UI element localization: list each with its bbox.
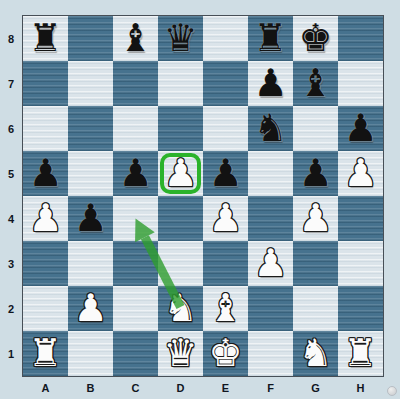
square-e1[interactable]: ♚ xyxy=(203,331,248,376)
square-c3[interactable] xyxy=(113,241,158,286)
square-a5[interactable]: ♟ xyxy=(23,151,68,196)
square-b2[interactable]: ♟ xyxy=(68,286,113,331)
square-e2[interactable]: ♝ xyxy=(203,286,248,331)
square-g5[interactable]: ♟ xyxy=(293,151,338,196)
square-g6[interactable] xyxy=(293,106,338,151)
square-d3[interactable] xyxy=(158,241,203,286)
black-pawn[interactable]: ♟ xyxy=(298,154,332,192)
square-g4[interactable]: ♟ xyxy=(293,196,338,241)
white-queen[interactable]: ♛ xyxy=(163,334,197,372)
black-pawn[interactable]: ♟ xyxy=(118,154,152,192)
chess-board: ♜♝♛♜♚♟♝♞♟♟♟♟♟♟♟♟♟♟♟♟♟♞♝♜♛♚♞♜ xyxy=(23,16,383,376)
square-d4[interactable] xyxy=(158,196,203,241)
file-label-h: H xyxy=(338,378,383,398)
white-pawn[interactable]: ♟ xyxy=(28,199,62,237)
square-a2[interactable] xyxy=(23,286,68,331)
file-label-g: G xyxy=(293,378,338,398)
square-a8[interactable]: ♜ xyxy=(23,16,68,61)
square-f6[interactable]: ♞ xyxy=(248,106,293,151)
square-f3[interactable]: ♟ xyxy=(248,241,293,286)
white-king[interactable]: ♚ xyxy=(208,334,242,372)
square-h1[interactable]: ♜ xyxy=(338,331,383,376)
white-pawn[interactable]: ♟ xyxy=(208,199,242,237)
file-label-c: C xyxy=(113,378,158,398)
white-pawn[interactable]: ♟ xyxy=(343,154,377,192)
square-a6[interactable] xyxy=(23,106,68,151)
file-labels: ABCDEFGH xyxy=(23,378,383,398)
white-rook[interactable]: ♜ xyxy=(28,334,62,372)
square-d7[interactable] xyxy=(158,61,203,106)
black-knight[interactable]: ♞ xyxy=(253,109,287,147)
black-pawn[interactable]: ♟ xyxy=(73,199,107,237)
square-b1[interactable] xyxy=(68,331,113,376)
square-g2[interactable] xyxy=(293,286,338,331)
black-pawn[interactable]: ♟ xyxy=(253,64,287,102)
file-label-b: B xyxy=(68,378,113,398)
square-c6[interactable] xyxy=(113,106,158,151)
square-e3[interactable] xyxy=(203,241,248,286)
square-f4[interactable] xyxy=(248,196,293,241)
square-e5[interactable]: ♟ xyxy=(203,151,248,196)
rank-label-3: 3 xyxy=(0,241,22,286)
black-pawn[interactable]: ♟ xyxy=(208,154,242,192)
black-queen[interactable]: ♛ xyxy=(163,19,197,57)
square-b7[interactable] xyxy=(68,61,113,106)
square-e4[interactable]: ♟ xyxy=(203,196,248,241)
square-g8[interactable]: ♚ xyxy=(293,16,338,61)
rank-label-2: 2 xyxy=(0,286,22,331)
board-frame: ♜♝♛♜♚♟♝♞♟♟♟♟♟♟♟♟♟♟♟♟♟♞♝♜♛♚♞♜ xyxy=(22,15,384,377)
file-label-d: D xyxy=(158,378,203,398)
square-b3[interactable] xyxy=(68,241,113,286)
rank-label-5: 5 xyxy=(0,151,22,196)
white-knight[interactable]: ♞ xyxy=(163,289,197,327)
rank-label-4: 4 xyxy=(0,196,22,241)
square-a7[interactable] xyxy=(23,61,68,106)
square-c8[interactable]: ♝ xyxy=(113,16,158,61)
square-h4[interactable] xyxy=(338,196,383,241)
square-h5[interactable]: ♟ xyxy=(338,151,383,196)
square-c4[interactable] xyxy=(113,196,158,241)
square-f8[interactable]: ♜ xyxy=(248,16,293,61)
black-king[interactable]: ♚ xyxy=(298,19,332,57)
square-b6[interactable] xyxy=(68,106,113,151)
white-pawn[interactable]: ♟ xyxy=(73,289,107,327)
square-e7[interactable] xyxy=(203,61,248,106)
square-a1[interactable]: ♜ xyxy=(23,331,68,376)
rank-labels: 87654321 xyxy=(0,16,22,376)
square-f2[interactable] xyxy=(248,286,293,331)
file-label-e: E xyxy=(203,378,248,398)
square-h3[interactable] xyxy=(338,241,383,286)
square-a3[interactable] xyxy=(23,241,68,286)
square-f7[interactable]: ♟ xyxy=(248,61,293,106)
file-label-a: A xyxy=(23,378,68,398)
white-rook[interactable]: ♜ xyxy=(343,334,377,372)
white-pawn[interactable]: ♟ xyxy=(163,154,197,192)
square-b8[interactable] xyxy=(68,16,113,61)
rank-label-6: 6 xyxy=(0,106,22,151)
square-d8[interactable]: ♛ xyxy=(158,16,203,61)
black-bishop[interactable]: ♝ xyxy=(298,64,332,102)
black-pawn[interactable]: ♟ xyxy=(343,109,377,147)
square-f5[interactable] xyxy=(248,151,293,196)
square-c2[interactable] xyxy=(113,286,158,331)
white-pawn[interactable]: ♟ xyxy=(298,199,332,237)
chess-board-widget: 87654321 ♜♝♛♜♚♟♝♞♟♟♟♟♟♟♟♟♟♟♟♟♟♞♝♜♛♚♞♜ AB… xyxy=(0,0,400,399)
black-bishop[interactable]: ♝ xyxy=(118,19,152,57)
rank-label-8: 8 xyxy=(0,16,22,61)
square-h6[interactable]: ♟ xyxy=(338,106,383,151)
square-c5[interactable]: ♟ xyxy=(113,151,158,196)
square-e6[interactable] xyxy=(203,106,248,151)
square-e8[interactable] xyxy=(203,16,248,61)
white-bishop[interactable]: ♝ xyxy=(208,289,242,327)
white-pawn[interactable]: ♟ xyxy=(253,244,287,282)
black-pawn[interactable]: ♟ xyxy=(28,154,62,192)
square-d2[interactable]: ♞ xyxy=(158,286,203,331)
square-a4[interactable]: ♟ xyxy=(23,196,68,241)
square-h8[interactable] xyxy=(338,16,383,61)
rank-label-1: 1 xyxy=(0,331,22,376)
square-c7[interactable] xyxy=(113,61,158,106)
square-d5[interactable]: ♟ xyxy=(158,151,203,196)
rank-label-7: 7 xyxy=(0,61,22,106)
square-d1[interactable]: ♛ xyxy=(158,331,203,376)
square-c1[interactable] xyxy=(113,331,158,376)
corner-dot xyxy=(387,386,397,396)
square-h7[interactable] xyxy=(338,61,383,106)
square-b4[interactable]: ♟ xyxy=(68,196,113,241)
black-rook[interactable]: ♜ xyxy=(253,19,287,57)
file-label-f: F xyxy=(248,378,293,398)
square-g1[interactable]: ♞ xyxy=(293,331,338,376)
square-b5[interactable] xyxy=(68,151,113,196)
white-knight[interactable]: ♞ xyxy=(298,334,332,372)
square-g3[interactable] xyxy=(293,241,338,286)
square-d6[interactable] xyxy=(158,106,203,151)
black-rook[interactable]: ♜ xyxy=(28,19,62,57)
square-h2[interactable] xyxy=(338,286,383,331)
square-f1[interactable] xyxy=(248,331,293,376)
square-g7[interactable]: ♝ xyxy=(293,61,338,106)
